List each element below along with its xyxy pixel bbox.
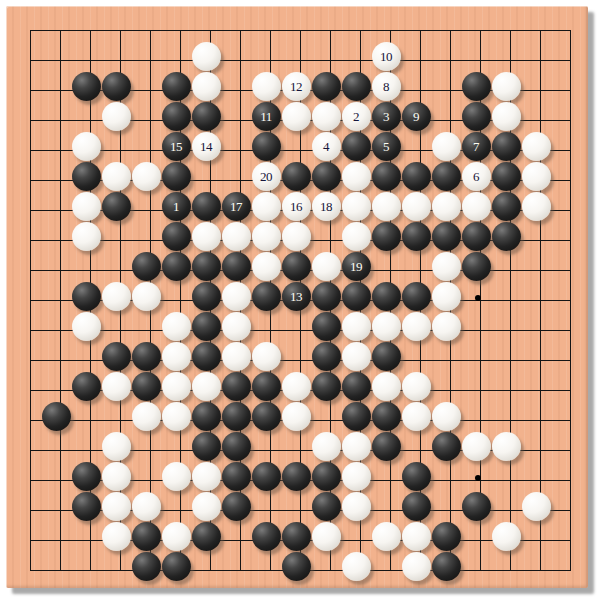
black-stone: [432, 522, 461, 551]
move-number-label: 2: [353, 110, 359, 123]
white-stone: [102, 102, 131, 131]
white-stone: [312, 252, 341, 281]
white-stone: 18: [312, 192, 341, 221]
white-stone: [282, 222, 311, 251]
black-stone: 11: [252, 102, 281, 131]
black-stone: [342, 372, 371, 401]
move-number-label: 3: [383, 110, 389, 123]
white-stone: [522, 192, 551, 221]
white-stone: [252, 222, 281, 251]
black-stone: [252, 282, 281, 311]
white-stone: [522, 492, 551, 521]
black-stone: [462, 72, 491, 101]
black-stone: [132, 252, 161, 281]
white-stone: [492, 72, 521, 101]
move-number-label: 9: [413, 110, 419, 123]
black-stone: [282, 552, 311, 581]
black-stone: [72, 282, 101, 311]
white-stone: [192, 492, 221, 521]
black-stone: [492, 192, 521, 221]
white-stone: [372, 312, 401, 341]
white-stone: [342, 162, 371, 191]
white-stone: [282, 372, 311, 401]
black-stone: [402, 282, 431, 311]
white-stone: [192, 222, 221, 251]
white-stone: [102, 372, 131, 401]
white-stone: [162, 402, 191, 431]
black-stone: [162, 252, 191, 281]
move-number-label: 15: [170, 140, 182, 153]
black-stone: [162, 162, 191, 191]
white-stone: [342, 462, 371, 491]
black-stone: 5: [372, 132, 401, 161]
black-stone: [402, 222, 431, 251]
white-stone: 6: [462, 162, 491, 191]
black-stone: [192, 432, 221, 461]
white-stone: [342, 222, 371, 251]
white-stone: 4: [312, 132, 341, 161]
black-stone: [132, 522, 161, 551]
black-stone: [162, 102, 191, 131]
white-stone: [102, 282, 131, 311]
white-stone: [132, 282, 161, 311]
white-stone: [102, 162, 131, 191]
white-stone: [342, 432, 371, 461]
white-stone: [462, 192, 491, 221]
black-stone: [372, 342, 401, 371]
white-stone: [402, 552, 431, 581]
white-stone: [252, 192, 281, 221]
black-stone: [402, 462, 431, 491]
black-stone: [162, 552, 191, 581]
white-stone: [432, 312, 461, 341]
black-stone: [132, 342, 161, 371]
white-stone: 10: [372, 42, 401, 71]
go-board-diagram: 1012811239151445720611716181913: [0, 0, 600, 600]
black-stone: [282, 522, 311, 551]
white-stone: [132, 402, 161, 431]
black-stone: 19: [342, 252, 371, 281]
move-number-label: 10: [380, 50, 392, 63]
white-stone: [402, 372, 431, 401]
white-stone: [72, 312, 101, 341]
black-stone: [342, 132, 371, 161]
move-number-label: 6: [473, 170, 479, 183]
white-stone: [102, 492, 131, 521]
black-stone: [42, 402, 71, 431]
white-stone: 2: [342, 102, 371, 131]
move-number-label: 5: [383, 140, 389, 153]
black-stone: [372, 282, 401, 311]
white-stone: [162, 522, 191, 551]
white-stone: [522, 162, 551, 191]
white-stone: 16: [282, 192, 311, 221]
star-point: [475, 295, 481, 301]
move-number-label: 1: [173, 200, 179, 213]
black-stone: [312, 312, 341, 341]
black-stone: [222, 492, 251, 521]
white-stone: [492, 522, 521, 551]
black-stone: [462, 252, 491, 281]
black-stone: [222, 252, 251, 281]
black-stone: [192, 522, 221, 551]
black-stone: [72, 162, 101, 191]
black-stone: [222, 432, 251, 461]
black-stone: [102, 72, 131, 101]
move-number-label: 16: [290, 200, 302, 213]
white-stone: [222, 312, 251, 341]
black-stone: [222, 402, 251, 431]
move-number-label: 13: [290, 290, 302, 303]
move-number-label: 12: [290, 80, 302, 93]
black-stone: [342, 282, 371, 311]
white-stone: [72, 132, 101, 161]
white-stone: 20: [252, 162, 281, 191]
move-number-label: 20: [260, 170, 272, 183]
black-stone: [72, 462, 101, 491]
white-stone: [72, 222, 101, 251]
grid-vertical-line: [570, 30, 571, 571]
move-number-label: 4: [323, 140, 329, 153]
black-stone: [132, 372, 161, 401]
white-stone: [372, 522, 401, 551]
white-stone: [192, 372, 221, 401]
black-stone: [282, 162, 311, 191]
white-stone: [492, 102, 521, 131]
black-stone: 7: [462, 132, 491, 161]
white-stone: [522, 132, 551, 161]
black-stone: 15: [162, 132, 191, 161]
move-number-label: 18: [320, 200, 332, 213]
white-stone: [132, 492, 161, 521]
white-stone: [402, 192, 431, 221]
white-stone: [162, 312, 191, 341]
black-stone: [372, 402, 401, 431]
white-stone: [102, 432, 131, 461]
black-stone: [492, 162, 521, 191]
black-stone: [252, 462, 281, 491]
black-stone: [372, 222, 401, 251]
white-stone: [282, 102, 311, 131]
white-stone: [192, 462, 221, 491]
black-stone: [312, 72, 341, 101]
black-stone: [312, 372, 341, 401]
white-stone: [432, 192, 461, 221]
white-stone: [432, 402, 461, 431]
white-stone: [432, 282, 461, 311]
star-point: [475, 475, 481, 481]
black-stone: [192, 342, 221, 371]
white-stone: [432, 252, 461, 281]
white-stone: [102, 462, 131, 491]
white-stone: [222, 282, 251, 311]
black-stone: [192, 402, 221, 431]
white-stone: [222, 222, 251, 251]
move-number-label: 11: [260, 110, 272, 123]
white-stone: [312, 432, 341, 461]
white-stone: [252, 342, 281, 371]
black-stone: [192, 102, 221, 131]
black-stone: [432, 162, 461, 191]
black-stone: [72, 72, 101, 101]
white-stone: [342, 492, 371, 521]
black-stone: [372, 432, 401, 461]
black-stone: [102, 342, 131, 371]
white-stone: [312, 102, 341, 131]
black-stone: [132, 552, 161, 581]
black-stone: [102, 192, 131, 221]
grid-horizontal-line: [30, 330, 571, 331]
white-stone: [402, 522, 431, 551]
white-stone: [342, 552, 371, 581]
white-stone: [342, 312, 371, 341]
black-stone: [432, 552, 461, 581]
white-stone: [162, 342, 191, 371]
white-stone: [402, 402, 431, 431]
black-stone: [492, 132, 521, 161]
white-stone: [312, 522, 341, 551]
white-stone: [192, 72, 221, 101]
white-stone: [102, 522, 131, 551]
black-stone: [192, 252, 221, 281]
black-stone: 17: [222, 192, 251, 221]
grid-vertical-line: [540, 30, 541, 571]
white-stone: [492, 432, 521, 461]
white-stone: [372, 372, 401, 401]
white-stone: [162, 372, 191, 401]
black-stone: [462, 492, 491, 521]
black-stone: [72, 492, 101, 521]
black-stone: 1: [162, 192, 191, 221]
black-stone: [312, 282, 341, 311]
black-stone: 13: [282, 282, 311, 311]
black-stone: [282, 252, 311, 281]
white-stone: [132, 162, 161, 191]
white-stone: [222, 342, 251, 371]
black-stone: [312, 342, 341, 371]
black-stone: [252, 522, 281, 551]
black-stone: [342, 402, 371, 431]
white-stone: [72, 192, 101, 221]
black-stone: [462, 102, 491, 131]
white-stone: [432, 132, 461, 161]
black-stone: [162, 222, 191, 251]
black-stone: [252, 372, 281, 401]
white-stone: [282, 402, 311, 431]
black-stone: [432, 432, 461, 461]
black-stone: [492, 222, 521, 251]
black-stone: [252, 132, 281, 161]
black-stone: [252, 402, 281, 431]
black-stone: [312, 162, 341, 191]
white-stone: [252, 72, 281, 101]
white-stone: [402, 312, 431, 341]
black-stone: [162, 72, 191, 101]
black-stone: [222, 462, 251, 491]
move-number-label: 14: [200, 140, 212, 153]
move-number-label: 7: [473, 140, 479, 153]
black-stone: [402, 162, 431, 191]
black-stone: [342, 72, 371, 101]
black-stone: [432, 222, 461, 251]
white-stone: 12: [282, 72, 311, 101]
black-stone: [402, 492, 431, 521]
black-stone: [192, 192, 221, 221]
white-stone: [462, 432, 491, 461]
black-stone: [282, 462, 311, 491]
black-stone: [312, 462, 341, 491]
black-stone: [372, 162, 401, 191]
move-number-label: 19: [350, 260, 362, 273]
white-stone: 14: [192, 132, 221, 161]
black-stone: 3: [372, 102, 401, 131]
black-stone: [192, 282, 221, 311]
white-stone: [372, 192, 401, 221]
white-stone: [252, 252, 281, 281]
white-stone: [192, 42, 221, 71]
black-stone: [192, 312, 221, 341]
black-stone: [312, 492, 341, 521]
white-stone: 8: [372, 72, 401, 101]
white-stone: [162, 462, 191, 491]
move-number-label: 8: [383, 80, 389, 93]
white-stone: [342, 342, 371, 371]
black-stone: [222, 372, 251, 401]
black-stone: [72, 372, 101, 401]
move-number-label: 17: [230, 200, 242, 213]
black-stone: [462, 222, 491, 251]
black-stone: 9: [402, 102, 431, 131]
white-stone: [342, 192, 371, 221]
